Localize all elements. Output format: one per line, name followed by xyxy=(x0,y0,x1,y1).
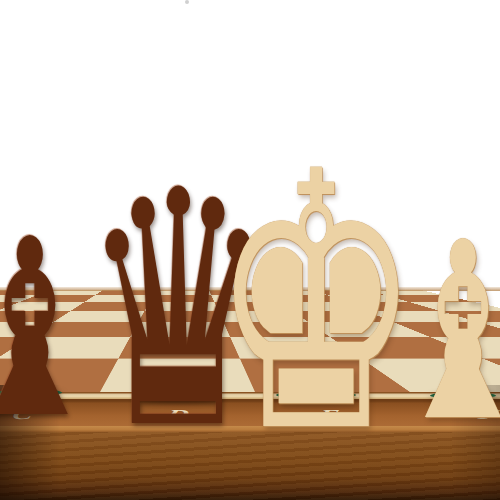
white-bishop: ♝ xyxy=(391,210,500,455)
white-king: ♚ xyxy=(211,126,421,481)
product-photo: C D E F ♝ ♛ ♚ ♝ xyxy=(0,0,500,500)
photo-artifact xyxy=(185,0,189,4)
